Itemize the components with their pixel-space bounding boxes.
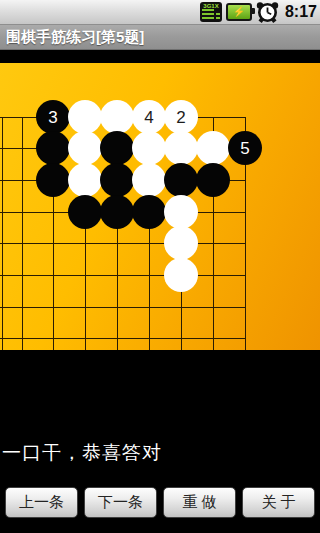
stone-black <box>36 131 70 165</box>
status-time: 8:17 <box>283 3 317 21</box>
go-board[interactable]: 3425 <box>0 63 320 350</box>
prev-button[interactable]: 上一条 <box>5 487 78 518</box>
button-row: 上一条 下一条 重 做 关 于 <box>5 487 315 518</box>
stone-white <box>132 131 166 165</box>
alarm-clock-icon <box>256 1 279 23</box>
page-title: 围棋手筋练习[第5题] <box>0 28 144 47</box>
stone-white <box>196 131 230 165</box>
grid-hline <box>0 338 246 339</box>
grid-vline <box>2 117 3 350</box>
grid-hline <box>0 275 246 276</box>
move-number-label: 3 <box>48 109 57 126</box>
grid-hline <box>0 307 246 308</box>
stone-white <box>68 131 102 165</box>
grid-vline <box>22 117 23 350</box>
redo-button[interactable]: 重 做 <box>163 487 236 518</box>
status-bar: 3G1X ⚡ 8:17 <box>0 0 320 25</box>
stone-black <box>100 195 134 229</box>
stone-white <box>68 100 102 134</box>
stone-black <box>36 163 70 197</box>
move-number-label: 4 <box>144 109 153 126</box>
stone-white <box>100 100 134 134</box>
stone-black <box>100 131 134 165</box>
lightning-bolt-icon: ⚡ <box>233 7 245 17</box>
status-icons: 3G1X ⚡ 8:17 <box>200 1 320 23</box>
stone-white <box>164 226 198 260</box>
stone-white: 2 <box>164 100 198 134</box>
next-button[interactable]: 下一条 <box>84 487 157 518</box>
battery-charging-icon: ⚡ <box>226 3 252 21</box>
move-number-label: 2 <box>176 109 185 126</box>
title-bar: 围棋手筋练习[第5题] <box>0 25 320 50</box>
move-number-label: 5 <box>240 140 249 157</box>
grid-hline <box>0 243 246 244</box>
app-screen: 3G1X ⚡ 8:17 围棋手筋练习[第5题] 3425 一口干，恭喜答对 <box>0 0 320 533</box>
stone-white <box>164 131 198 165</box>
stone-white <box>164 195 198 229</box>
stone-white <box>132 163 166 197</box>
result-message: 一口干，恭喜答对 <box>2 440 162 466</box>
stone-black <box>100 163 134 197</box>
stone-black <box>164 163 198 197</box>
signal-3g1x-icon: 3G1X <box>200 2 222 22</box>
stone-black: 5 <box>228 131 262 165</box>
stone-black: 3 <box>36 100 70 134</box>
about-button[interactable]: 关 于 <box>242 487 315 518</box>
stone-black <box>196 163 230 197</box>
stone-white <box>68 163 102 197</box>
stone-black <box>68 195 102 229</box>
stone-black <box>132 195 166 229</box>
stone-white <box>164 258 198 292</box>
stone-white: 4 <box>132 100 166 134</box>
